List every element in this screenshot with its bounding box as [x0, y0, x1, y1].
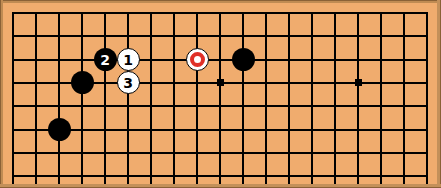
- grid-line-horizontal: [12, 59, 428, 61]
- grid-line-vertical: [311, 12, 313, 184]
- stone-f17: 1: [117, 48, 140, 71]
- grid-line-vertical: [173, 12, 175, 184]
- stone-j17: [186, 48, 209, 71]
- grid-line-vertical: [12, 12, 14, 184]
- star-point-q16: [355, 79, 362, 86]
- stone-l17: [232, 48, 255, 71]
- board-frame-top: [0, 0, 441, 3]
- grid-line-horizontal: [12, 175, 428, 177]
- stone-d16: [71, 71, 94, 94]
- grid-line-vertical: [35, 12, 37, 184]
- grid-line-horizontal: [12, 152, 428, 154]
- stone-e17: 2: [94, 48, 117, 71]
- stone-c14: [48, 118, 71, 141]
- grid-line-vertical: [242, 12, 244, 184]
- grid-line-vertical: [104, 12, 106, 184]
- move-number-label: 3: [123, 76, 133, 90]
- board-frame-left: [0, 0, 3, 188]
- grid-line-vertical: [357, 12, 359, 184]
- grid-line-vertical: [196, 12, 198, 184]
- go-board-diagram: 213: [0, 0, 441, 188]
- red-circle-marker: [190, 52, 205, 67]
- star-point-k16: [217, 79, 224, 86]
- board-frame-bottom: [0, 184, 441, 188]
- grid-line-vertical: [380, 12, 382, 184]
- grid-line-vertical: [265, 12, 267, 184]
- grid-line-vertical: [81, 12, 83, 184]
- grid-line-horizontal: [12, 129, 428, 131]
- grid-line-vertical: [334, 12, 336, 184]
- grid-line-vertical: [219, 12, 221, 184]
- move-number-label: 1: [123, 53, 133, 67]
- board-frame-right: [437, 0, 441, 188]
- grid-line-vertical: [403, 12, 405, 184]
- grid-line-vertical: [127, 12, 129, 184]
- grid-line-horizontal: [12, 12, 428, 14]
- grid-line-vertical: [288, 12, 290, 184]
- move-number-label: 2: [100, 53, 110, 67]
- grid-line-horizontal: [12, 105, 428, 107]
- stone-f16: 3: [117, 71, 140, 94]
- grid-line-horizontal: [12, 35, 428, 37]
- grid-line-vertical: [426, 12, 428, 184]
- grid-line-vertical: [150, 12, 152, 184]
- grid-line-vertical: [58, 12, 60, 184]
